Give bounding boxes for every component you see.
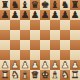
piece-white-knight[interactable]: ♞ xyxy=(61,70,70,80)
square-a8[interactable]: ♜ xyxy=(0,0,10,10)
square-b2[interactable]: ♟ xyxy=(10,60,20,70)
piece-white-pawn[interactable]: ♟ xyxy=(1,60,10,70)
square-h1[interactable]: ♜ xyxy=(70,70,80,80)
piece-black-pawn[interactable]: ♟ xyxy=(31,10,40,20)
square-h6[interactable] xyxy=(70,20,80,30)
square-g4[interactable] xyxy=(60,40,70,50)
square-d8[interactable]: ♛ xyxy=(30,0,40,10)
square-f4[interactable] xyxy=(50,40,60,50)
piece-black-bishop[interactable]: ♝ xyxy=(21,0,30,10)
piece-white-queen[interactable]: ♛ xyxy=(31,70,40,80)
square-a5[interactable] xyxy=(0,30,10,40)
piece-white-knight[interactable]: ♞ xyxy=(11,70,20,80)
piece-black-pawn[interactable]: ♟ xyxy=(61,10,70,20)
square-g2[interactable]: ♟ xyxy=(60,60,70,70)
square-b8[interactable]: ♞ xyxy=(10,0,20,10)
piece-white-king[interactable]: ♚ xyxy=(41,70,50,80)
square-d3[interactable] xyxy=(30,50,40,60)
square-a2[interactable]: ♟ xyxy=(0,60,10,70)
square-c1[interactable]: ♝ xyxy=(20,70,30,80)
square-e1[interactable]: ♚ xyxy=(40,70,50,80)
square-c5[interactable] xyxy=(20,30,30,40)
square-h5[interactable] xyxy=(70,30,80,40)
square-c8[interactable]: ♝ xyxy=(20,0,30,10)
piece-black-knight[interactable]: ♞ xyxy=(61,0,70,10)
square-g6[interactable] xyxy=(60,20,70,30)
square-h3[interactable] xyxy=(70,50,80,60)
square-c3[interactable] xyxy=(20,50,30,60)
piece-black-pawn[interactable]: ♟ xyxy=(21,10,30,20)
square-a4[interactable] xyxy=(0,40,10,50)
square-f8[interactable]: ♝ xyxy=(50,0,60,10)
square-f7[interactable]: ♟ xyxy=(50,10,60,20)
square-f3[interactable] xyxy=(50,50,60,60)
square-c7[interactable]: ♟ xyxy=(20,10,30,20)
piece-white-pawn[interactable]: ♟ xyxy=(11,60,20,70)
square-g8[interactable]: ♞ xyxy=(60,0,70,10)
square-f2[interactable]: ♟ xyxy=(50,60,60,70)
square-g1[interactable]: ♞ xyxy=(60,70,70,80)
square-d4[interactable] xyxy=(30,40,40,50)
square-b6[interactable] xyxy=(10,20,20,30)
square-a7[interactable]: ♟ xyxy=(0,10,10,20)
square-f1[interactable]: ♝ xyxy=(50,70,60,80)
square-b1[interactable]: ♞ xyxy=(10,70,20,80)
piece-white-bishop[interactable]: ♝ xyxy=(51,70,60,80)
piece-white-pawn[interactable]: ♟ xyxy=(61,60,70,70)
chess-board: ♜♞♝♛♚♝♞♜♟♟♟♟♟♟♟♟♟♟♟♟♟♟♟♟♜♞♝♛♚♝♞♜ xyxy=(0,0,80,80)
square-b3[interactable] xyxy=(10,50,20,60)
square-d7[interactable]: ♟ xyxy=(30,10,40,20)
square-c2[interactable]: ♟ xyxy=(20,60,30,70)
square-c4[interactable] xyxy=(20,40,30,50)
piece-black-king[interactable]: ♚ xyxy=(41,0,50,10)
square-b7[interactable]: ♟ xyxy=(10,10,20,20)
piece-black-rook[interactable]: ♜ xyxy=(71,0,80,10)
square-g3[interactable] xyxy=(60,50,70,60)
square-a6[interactable] xyxy=(0,20,10,30)
square-f6[interactable] xyxy=(50,20,60,30)
piece-black-bishop[interactable]: ♝ xyxy=(51,0,60,10)
piece-black-rook[interactable]: ♜ xyxy=(1,0,10,10)
square-f5[interactable] xyxy=(50,30,60,40)
square-a1[interactable]: ♜ xyxy=(0,70,10,80)
square-b5[interactable] xyxy=(10,30,20,40)
piece-black-knight[interactable]: ♞ xyxy=(11,0,20,10)
piece-white-pawn[interactable]: ♟ xyxy=(41,60,50,70)
piece-black-pawn[interactable]: ♟ xyxy=(11,10,20,20)
square-e3[interactable] xyxy=(40,50,50,60)
piece-black-pawn[interactable]: ♟ xyxy=(51,10,60,20)
square-e8[interactable]: ♚ xyxy=(40,0,50,10)
piece-black-pawn[interactable]: ♟ xyxy=(41,10,50,20)
square-d1[interactable]: ♛ xyxy=(30,70,40,80)
square-c6[interactable] xyxy=(20,20,30,30)
square-h2[interactable]: ♟ xyxy=(70,60,80,70)
piece-white-bishop[interactable]: ♝ xyxy=(21,70,30,80)
square-g7[interactable]: ♟ xyxy=(60,10,70,20)
piece-white-pawn[interactable]: ♟ xyxy=(21,60,30,70)
square-e2[interactable]: ♟ xyxy=(40,60,50,70)
square-e4[interactable] xyxy=(40,40,50,50)
square-e7[interactable]: ♟ xyxy=(40,10,50,20)
square-b4[interactable] xyxy=(10,40,20,50)
piece-white-pawn[interactable]: ♟ xyxy=(31,60,40,70)
square-e6[interactable] xyxy=(40,20,50,30)
piece-white-rook[interactable]: ♜ xyxy=(71,70,80,80)
square-e5[interactable] xyxy=(40,30,50,40)
square-h7[interactable]: ♟ xyxy=(70,10,80,20)
square-h4[interactable] xyxy=(70,40,80,50)
square-d5[interactable] xyxy=(30,30,40,40)
piece-white-pawn[interactable]: ♟ xyxy=(71,60,80,70)
piece-black-queen[interactable]: ♛ xyxy=(31,0,40,10)
piece-black-pawn[interactable]: ♟ xyxy=(71,10,80,20)
piece-black-pawn[interactable]: ♟ xyxy=(1,10,10,20)
square-a3[interactable] xyxy=(0,50,10,60)
piece-white-pawn[interactable]: ♟ xyxy=(51,60,60,70)
piece-white-rook[interactable]: ♜ xyxy=(1,70,10,80)
square-h8[interactable]: ♜ xyxy=(70,0,80,10)
square-d2[interactable]: ♟ xyxy=(30,60,40,70)
square-d6[interactable] xyxy=(30,20,40,30)
square-g5[interactable] xyxy=(60,30,70,40)
